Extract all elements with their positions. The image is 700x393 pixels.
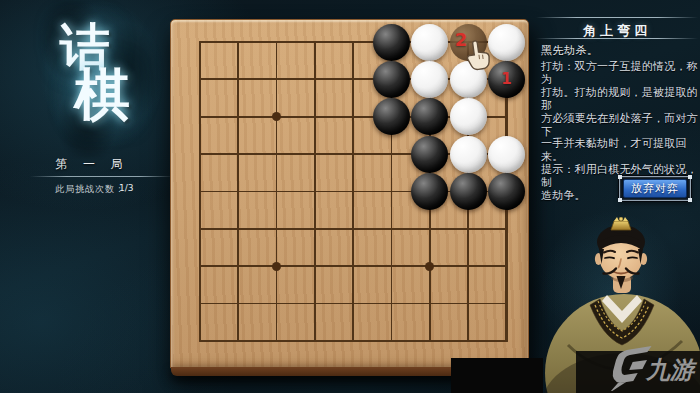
round-label: 第 一 局 xyxy=(28,156,156,173)
stone-black: 1 xyxy=(488,61,525,98)
hand-cursor-icon xyxy=(464,40,491,71)
9game-logo: 九游 xyxy=(604,343,700,391)
star-point xyxy=(272,112,281,121)
stone-black xyxy=(373,24,410,61)
stone-black xyxy=(373,61,410,98)
title-ornament-top xyxy=(536,17,698,18)
grid-line-horizontal xyxy=(199,340,508,343)
go-board[interactable]: 21 xyxy=(170,19,529,369)
button-corner-accent xyxy=(688,198,692,202)
title-ornament-bottom xyxy=(536,38,698,39)
grid-line-horizontal xyxy=(199,265,508,267)
puzzle-objective: 黑先劫杀。 xyxy=(541,43,599,58)
left-divider xyxy=(30,176,176,177)
star-point xyxy=(425,262,434,271)
stone-black xyxy=(411,136,448,173)
stone-white xyxy=(450,136,487,173)
button-corner-accent xyxy=(618,175,622,179)
stone-black xyxy=(488,173,525,210)
stone-white xyxy=(488,136,525,173)
stone-white xyxy=(411,61,448,98)
stone-black xyxy=(411,98,448,135)
black-bar xyxy=(451,358,543,393)
move-number-label: 1 xyxy=(488,61,525,98)
stone-black xyxy=(373,98,410,135)
button-corner-accent xyxy=(688,175,692,179)
stone-white xyxy=(450,98,487,135)
stone-black xyxy=(411,173,448,210)
stone-black xyxy=(450,173,487,210)
stone-white xyxy=(488,24,525,61)
attempts-value: 1/3 xyxy=(119,183,133,193)
watermark-brand-text: 九游 xyxy=(645,356,698,384)
abandon-game-button-label: 放弃对弈 xyxy=(623,179,687,198)
abandon-game-button[interactable]: 放弃对弈 xyxy=(619,176,691,201)
grid-line-horizontal xyxy=(199,228,508,230)
button-corner-accent xyxy=(618,198,622,202)
calligraphy-char-qi: 棋 xyxy=(74,66,130,122)
attempts-label: 此局挑战次数： xyxy=(55,183,125,196)
star-point xyxy=(272,262,281,271)
